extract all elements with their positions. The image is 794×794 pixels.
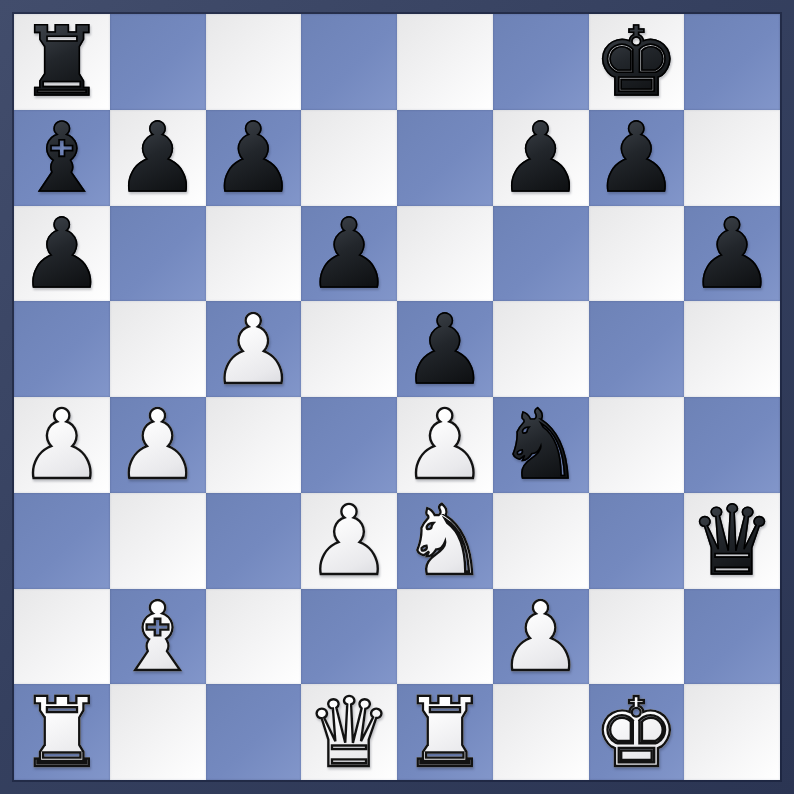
square-h2[interactable] (684, 589, 780, 685)
square-f1[interactable] (493, 684, 589, 780)
square-e6[interactable] (397, 206, 493, 302)
square-d7[interactable] (301, 110, 397, 206)
white-pawn[interactable]: ♟ (115, 398, 201, 492)
white-pawn[interactable]: ♟ (306, 494, 392, 588)
square-a5[interactable] (14, 301, 110, 397)
square-f6[interactable] (493, 206, 589, 302)
white-bishop[interactable]: ♝ (115, 590, 201, 684)
square-f7[interactable]: ♟ (493, 110, 589, 206)
square-d4[interactable] (301, 397, 397, 493)
square-g2[interactable] (589, 589, 685, 685)
square-e8[interactable] (397, 14, 493, 110)
black-pawn[interactable]: ♟ (115, 111, 201, 205)
square-g3[interactable] (589, 493, 685, 589)
square-g1[interactable]: ♚ (589, 684, 685, 780)
square-h8[interactable] (684, 14, 780, 110)
black-pawn[interactable]: ♟ (210, 111, 296, 205)
square-a8[interactable]: ♜ (14, 14, 110, 110)
square-h4[interactable] (684, 397, 780, 493)
white-rook[interactable]: ♜ (19, 686, 105, 780)
square-b5[interactable] (110, 301, 206, 397)
square-b7[interactable]: ♟ (110, 110, 206, 206)
square-b1[interactable] (110, 684, 206, 780)
square-h6[interactable]: ♟ (684, 206, 780, 302)
square-a6[interactable]: ♟ (14, 206, 110, 302)
square-f5[interactable] (493, 301, 589, 397)
square-c3[interactable] (206, 493, 302, 589)
black-king[interactable]: ♚ (593, 15, 679, 109)
black-knight[interactable]: ♞ (498, 398, 584, 492)
square-h3[interactable]: ♛ (684, 493, 780, 589)
square-g6[interactable] (589, 206, 685, 302)
black-queen[interactable]: ♛ (689, 494, 775, 588)
square-c4[interactable] (206, 397, 302, 493)
chess-board-frame: ♜♚♝♟♟♟♟♟♟♟♟♟♟♟♟♞♟♞♛♝♟♜♛♜♚ (0, 0, 794, 794)
square-g5[interactable] (589, 301, 685, 397)
square-c7[interactable]: ♟ (206, 110, 302, 206)
square-e4[interactable]: ♟ (397, 397, 493, 493)
square-b3[interactable] (110, 493, 206, 589)
square-f8[interactable] (493, 14, 589, 110)
square-h7[interactable] (684, 110, 780, 206)
square-h5[interactable] (684, 301, 780, 397)
square-f2[interactable]: ♟ (493, 589, 589, 685)
black-pawn[interactable]: ♟ (402, 303, 488, 397)
black-pawn[interactable]: ♟ (306, 207, 392, 301)
square-a3[interactable] (14, 493, 110, 589)
square-e1[interactable]: ♜ (397, 684, 493, 780)
square-f4[interactable]: ♞ (493, 397, 589, 493)
square-c6[interactable] (206, 206, 302, 302)
black-pawn[interactable]: ♟ (498, 111, 584, 205)
square-e3[interactable]: ♞ (397, 493, 493, 589)
square-e2[interactable] (397, 589, 493, 685)
square-g7[interactable]: ♟ (589, 110, 685, 206)
square-d3[interactable]: ♟ (301, 493, 397, 589)
square-d8[interactable] (301, 14, 397, 110)
white-king[interactable]: ♚ (593, 686, 679, 780)
black-pawn[interactable]: ♟ (689, 207, 775, 301)
square-e7[interactable] (397, 110, 493, 206)
square-b4[interactable]: ♟ (110, 397, 206, 493)
square-e5[interactable]: ♟ (397, 301, 493, 397)
white-pawn[interactable]: ♟ (498, 590, 584, 684)
square-h1[interactable] (684, 684, 780, 780)
white-knight[interactable]: ♞ (402, 494, 488, 588)
square-g4[interactable] (589, 397, 685, 493)
black-pawn[interactable]: ♟ (19, 207, 105, 301)
square-a2[interactable] (14, 589, 110, 685)
black-pawn[interactable]: ♟ (593, 111, 679, 205)
square-d6[interactable]: ♟ (301, 206, 397, 302)
square-f3[interactable] (493, 493, 589, 589)
square-g8[interactable]: ♚ (589, 14, 685, 110)
square-b6[interactable] (110, 206, 206, 302)
black-bishop[interactable]: ♝ (19, 111, 105, 205)
square-c8[interactable] (206, 14, 302, 110)
white-pawn[interactable]: ♟ (210, 303, 296, 397)
white-rook[interactable]: ♜ (402, 686, 488, 780)
square-b2[interactable]: ♝ (110, 589, 206, 685)
square-a7[interactable]: ♝ (14, 110, 110, 206)
square-d2[interactable] (301, 589, 397, 685)
square-a1[interactable]: ♜ (14, 684, 110, 780)
square-c2[interactable] (206, 589, 302, 685)
square-a4[interactable]: ♟ (14, 397, 110, 493)
white-pawn[interactable]: ♟ (402, 398, 488, 492)
square-d1[interactable]: ♛ (301, 684, 397, 780)
chess-board: ♜♚♝♟♟♟♟♟♟♟♟♟♟♟♟♞♟♞♛♝♟♜♛♜♚ (14, 14, 780, 780)
square-b8[interactable] (110, 14, 206, 110)
square-d5[interactable] (301, 301, 397, 397)
white-queen[interactable]: ♛ (306, 686, 392, 780)
black-rook[interactable]: ♜ (19, 15, 105, 109)
white-pawn[interactable]: ♟ (19, 398, 105, 492)
square-c1[interactable] (206, 684, 302, 780)
square-c5[interactable]: ♟ (206, 301, 302, 397)
